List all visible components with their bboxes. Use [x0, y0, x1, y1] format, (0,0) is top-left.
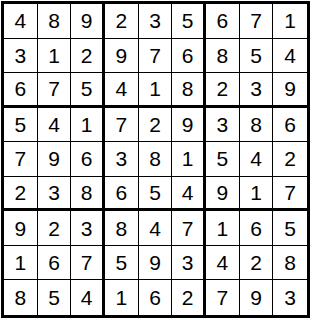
sudoku-cell-r3c2[interactable]: 7: [38, 73, 72, 108]
sudoku-cell-r5c1[interactable]: 7: [4, 142, 38, 177]
sudoku-cell-r4c3[interactable]: 1: [71, 108, 105, 143]
sudoku-cell-r6c8[interactable]: 1: [240, 177, 274, 212]
sudoku-cell-r3c4[interactable]: 4: [105, 73, 139, 108]
sudoku-cell-r9c6[interactable]: 2: [172, 280, 206, 315]
sudoku-cell-r6c4[interactable]: 6: [105, 177, 139, 212]
sudoku-cell-r4c9[interactable]: 6: [273, 108, 307, 143]
sudoku-cell-r5c2[interactable]: 9: [38, 142, 72, 177]
sudoku-cell-r7c2[interactable]: 2: [38, 211, 72, 246]
sudoku-cell-r4c2[interactable]: 4: [38, 108, 72, 143]
sudoku-cell-r9c4[interactable]: 1: [105, 280, 139, 315]
sudoku-cell-r3c9[interactable]: 9: [273, 73, 307, 108]
sudoku-cell-r3c5[interactable]: 1: [139, 73, 173, 108]
sudoku-cell-r7c3[interactable]: 3: [71, 211, 105, 246]
sudoku-cell-r2c5[interactable]: 7: [139, 39, 173, 74]
sudoku-cell-r7c7[interactable]: 1: [206, 211, 240, 246]
sudoku-cell-r2c1[interactable]: 3: [4, 39, 38, 74]
sudoku-cell-r2c7[interactable]: 8: [206, 39, 240, 74]
sudoku-cell-r6c3[interactable]: 8: [71, 177, 105, 212]
sudoku-cell-r8c8[interactable]: 2: [240, 246, 274, 281]
sudoku-board: 4892356713129768546754182395417293867963…: [1, 1, 310, 318]
sudoku-cell-r9c2[interactable]: 5: [38, 280, 72, 315]
sudoku-cell-r4c1[interactable]: 5: [4, 108, 38, 143]
sudoku-cell-r2c3[interactable]: 2: [71, 39, 105, 74]
sudoku-cell-r8c1[interactable]: 1: [4, 246, 38, 281]
sudoku-cell-r3c8[interactable]: 3: [240, 73, 274, 108]
sudoku-cell-r1c8[interactable]: 7: [240, 4, 274, 39]
sudoku-cell-r2c9[interactable]: 4: [273, 39, 307, 74]
sudoku-cell-r6c5[interactable]: 5: [139, 177, 173, 212]
sudoku-cell-r2c6[interactable]: 6: [172, 39, 206, 74]
sudoku-cell-r8c6[interactable]: 3: [172, 246, 206, 281]
sudoku-cell-r3c3[interactable]: 5: [71, 73, 105, 108]
sudoku-cell-r3c1[interactable]: 6: [4, 73, 38, 108]
sudoku-cell-r9c3[interactable]: 4: [71, 280, 105, 315]
sudoku-cell-r6c2[interactable]: 3: [38, 177, 72, 212]
sudoku-cell-r1c9[interactable]: 1: [273, 4, 307, 39]
sudoku-cell-r4c4[interactable]: 7: [105, 108, 139, 143]
sudoku-cell-r1c1[interactable]: 4: [4, 4, 38, 39]
sudoku-cell-r3c7[interactable]: 2: [206, 73, 240, 108]
sudoku-cell-r5c8[interactable]: 4: [240, 142, 274, 177]
sudoku-cell-r6c7[interactable]: 9: [206, 177, 240, 212]
sudoku-cell-r4c5[interactable]: 2: [139, 108, 173, 143]
sudoku-cell-r1c5[interactable]: 3: [139, 4, 173, 39]
sudoku-cell-r2c8[interactable]: 5: [240, 39, 274, 74]
sudoku-cell-r7c9[interactable]: 5: [273, 211, 307, 246]
sudoku-cell-r9c7[interactable]: 7: [206, 280, 240, 315]
sudoku-cell-r8c2[interactable]: 6: [38, 246, 72, 281]
sudoku-cell-r1c2[interactable]: 8: [38, 4, 72, 39]
sudoku-cell-r9c8[interactable]: 9: [240, 280, 274, 315]
sudoku-cell-r6c1[interactable]: 2: [4, 177, 38, 212]
sudoku-cell-r5c4[interactable]: 3: [105, 142, 139, 177]
sudoku-cell-r8c7[interactable]: 4: [206, 246, 240, 281]
sudoku-cell-r2c4[interactable]: 9: [105, 39, 139, 74]
sudoku-cell-r1c4[interactable]: 2: [105, 4, 139, 39]
sudoku-cell-r1c6[interactable]: 5: [172, 4, 206, 39]
sudoku-cell-r9c1[interactable]: 8: [4, 280, 38, 315]
sudoku-cell-r7c5[interactable]: 4: [139, 211, 173, 246]
sudoku-cell-r1c3[interactable]: 9: [71, 4, 105, 39]
sudoku-cell-r9c5[interactable]: 6: [139, 280, 173, 315]
sudoku-cell-r8c3[interactable]: 7: [71, 246, 105, 281]
sudoku-cell-r9c9[interactable]: 3: [273, 280, 307, 315]
sudoku-cell-r3c6[interactable]: 8: [172, 73, 206, 108]
sudoku-cell-r8c4[interactable]: 5: [105, 246, 139, 281]
sudoku-cell-r7c4[interactable]: 8: [105, 211, 139, 246]
sudoku-cell-r4c8[interactable]: 8: [240, 108, 274, 143]
sudoku-cell-r4c7[interactable]: 3: [206, 108, 240, 143]
sudoku-cell-r6c6[interactable]: 4: [172, 177, 206, 212]
sudoku-cell-r6c9[interactable]: 7: [273, 177, 307, 212]
sudoku-cell-r7c6[interactable]: 7: [172, 211, 206, 246]
sudoku-cell-r4c6[interactable]: 9: [172, 108, 206, 143]
sudoku-cell-r5c6[interactable]: 1: [172, 142, 206, 177]
sudoku-cell-r7c8[interactable]: 6: [240, 211, 274, 246]
sudoku-cell-r1c7[interactable]: 6: [206, 4, 240, 39]
sudoku-cell-r2c2[interactable]: 1: [38, 39, 72, 74]
sudoku-cell-r5c9[interactable]: 2: [273, 142, 307, 177]
sudoku-cell-r5c7[interactable]: 5: [206, 142, 240, 177]
sudoku-cell-r8c9[interactable]: 8: [273, 246, 307, 281]
sudoku-cell-r5c5[interactable]: 8: [139, 142, 173, 177]
sudoku-cell-r7c1[interactable]: 9: [4, 211, 38, 246]
sudoku-cell-r5c3[interactable]: 6: [71, 142, 105, 177]
sudoku-cell-r8c5[interactable]: 9: [139, 246, 173, 281]
